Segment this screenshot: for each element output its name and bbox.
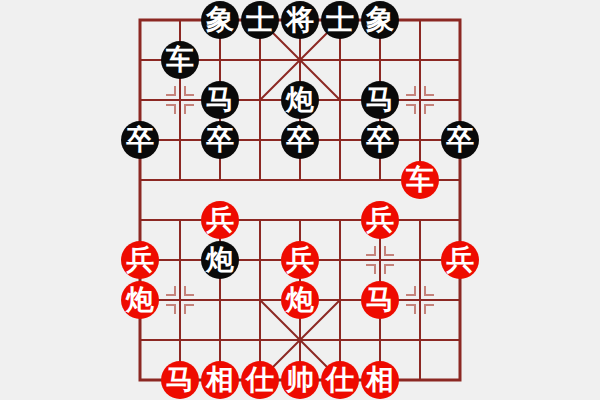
point-6-2[interactable]: 马 [360, 80, 400, 120]
point-0-3[interactable]: 卒 [120, 120, 160, 160]
piece-red-soldier[interactable]: 兵 [281, 241, 319, 279]
point-1-3[interactable] [160, 120, 200, 160]
point-2-9[interactable]: 相 [200, 360, 240, 400]
point-0-8[interactable] [120, 320, 160, 360]
point-6-1[interactable] [360, 40, 400, 80]
point-5-7[interactable] [320, 280, 360, 320]
point-1-8[interactable] [160, 320, 200, 360]
point-0-2[interactable] [120, 80, 160, 120]
point-3-3[interactable] [240, 120, 280, 160]
point-2-1[interactable] [200, 40, 240, 80]
point-3-0[interactable]: 士 [240, 0, 280, 40]
point-6-3[interactable]: 卒 [360, 120, 400, 160]
point-7-2[interactable] [400, 80, 440, 120]
point-3-7[interactable] [240, 280, 280, 320]
point-2-0[interactable]: 象 [200, 0, 240, 40]
point-1-0[interactable] [160, 0, 200, 40]
point-1-7[interactable] [160, 280, 200, 320]
piece-black-elephant[interactable]: 象 [361, 1, 399, 39]
point-4-0[interactable]: 将 [280, 0, 320, 40]
point-3-9[interactable]: 仕 [240, 360, 280, 400]
piece-red-soldier[interactable]: 兵 [201, 201, 239, 239]
point-1-5[interactable] [160, 200, 200, 240]
point-0-5[interactable] [120, 200, 160, 240]
point-7-1[interactable] [400, 40, 440, 80]
point-5-3[interactable] [320, 120, 360, 160]
piece-black-cannon[interactable]: 炮 [201, 241, 239, 279]
point-0-7[interactable]: 炮 [120, 280, 160, 320]
piece-red-advisor[interactable]: 仕 [241, 361, 279, 399]
point-4-6[interactable]: 兵 [280, 240, 320, 280]
point-7-7[interactable] [400, 280, 440, 320]
point-6-4[interactable] [360, 160, 400, 200]
point-5-4[interactable] [320, 160, 360, 200]
point-3-4[interactable] [240, 160, 280, 200]
piece-black-horse[interactable]: 马 [201, 81, 239, 119]
point-4-7[interactable]: 炮 [280, 280, 320, 320]
piece-black-elephant[interactable]: 象 [201, 1, 239, 39]
point-8-0[interactable] [440, 0, 480, 40]
point-0-1[interactable] [120, 40, 160, 80]
piece-black-advisor[interactable]: 士 [241, 1, 279, 39]
point-2-7[interactable] [200, 280, 240, 320]
point-5-9[interactable]: 仕 [320, 360, 360, 400]
point-4-1[interactable] [280, 40, 320, 80]
point-1-2[interactable] [160, 80, 200, 120]
point-8-8[interactable] [440, 320, 480, 360]
point-7-4[interactable]: 车 [400, 160, 440, 200]
point-8-9[interactable] [440, 360, 480, 400]
point-7-8[interactable] [400, 320, 440, 360]
piece-black-chariot[interactable]: 车 [161, 41, 199, 79]
point-1-4[interactable] [160, 160, 200, 200]
piece-red-advisor[interactable]: 仕 [321, 361, 359, 399]
point-6-7[interactable]: 马 [360, 280, 400, 320]
point-0-9[interactable] [120, 360, 160, 400]
point-4-4[interactable] [280, 160, 320, 200]
point-0-6[interactable]: 兵 [120, 240, 160, 280]
point-7-9[interactable] [400, 360, 440, 400]
point-3-1[interactable] [240, 40, 280, 80]
point-8-7[interactable] [440, 280, 480, 320]
piece-black-soldier[interactable]: 卒 [121, 121, 159, 159]
point-5-1[interactable] [320, 40, 360, 80]
piece-black-soldier[interactable]: 卒 [441, 121, 479, 159]
point-2-8[interactable] [200, 320, 240, 360]
point-8-2[interactable] [440, 80, 480, 120]
point-1-1[interactable]: 车 [160, 40, 200, 80]
point-2-3[interactable]: 卒 [200, 120, 240, 160]
point-8-1[interactable] [440, 40, 480, 80]
point-7-0[interactable] [400, 0, 440, 40]
piece-black-soldier[interactable]: 卒 [361, 121, 399, 159]
point-4-2[interactable]: 炮 [280, 80, 320, 120]
point-1-6[interactable] [160, 240, 200, 280]
point-5-0[interactable]: 士 [320, 0, 360, 40]
point-8-3[interactable]: 卒 [440, 120, 480, 160]
point-5-2[interactable] [320, 80, 360, 120]
point-6-5[interactable]: 兵 [360, 200, 400, 240]
point-4-3[interactable]: 卒 [280, 120, 320, 160]
point-3-2[interactable] [240, 80, 280, 120]
piece-red-horse[interactable]: 马 [361, 281, 399, 319]
piece-black-soldier[interactable]: 卒 [281, 121, 319, 159]
piece-black-general[interactable]: 将 [281, 1, 319, 39]
point-5-6[interactable] [320, 240, 360, 280]
piece-red-chariot[interactable]: 车 [401, 161, 439, 199]
piece-red-elephant[interactable]: 相 [361, 361, 399, 399]
piece-red-soldier[interactable]: 兵 [441, 241, 479, 279]
point-2-6[interactable]: 炮 [200, 240, 240, 280]
piece-red-elephant[interactable]: 相 [201, 361, 239, 399]
point-4-8[interactable] [280, 320, 320, 360]
point-7-5[interactable] [400, 200, 440, 240]
point-2-5[interactable]: 兵 [200, 200, 240, 240]
piece-red-horse[interactable]: 马 [161, 361, 199, 399]
point-0-0[interactable] [120, 0, 160, 40]
point-3-6[interactable] [240, 240, 280, 280]
point-2-2[interactable]: 马 [200, 80, 240, 120]
point-5-8[interactable] [320, 320, 360, 360]
point-0-4[interactable] [120, 160, 160, 200]
point-6-0[interactable]: 象 [360, 0, 400, 40]
point-6-9[interactable]: 相 [360, 360, 400, 400]
point-2-4[interactable] [200, 160, 240, 200]
piece-red-soldier[interactable]: 兵 [361, 201, 399, 239]
piece-black-cannon[interactable]: 炮 [281, 81, 319, 119]
piece-black-advisor[interactable]: 士 [321, 1, 359, 39]
point-1-9[interactable]: 马 [160, 360, 200, 400]
piece-black-horse[interactable]: 马 [361, 81, 399, 119]
point-3-5[interactable] [240, 200, 280, 240]
piece-black-soldier[interactable]: 卒 [201, 121, 239, 159]
point-4-5[interactable] [280, 200, 320, 240]
point-6-6[interactable] [360, 240, 400, 280]
piece-red-cannon[interactable]: 炮 [121, 281, 159, 319]
point-5-5[interactable] [320, 200, 360, 240]
piece-red-soldier[interactable]: 兵 [121, 241, 159, 279]
point-7-3[interactable] [400, 120, 440, 160]
point-8-4[interactable] [440, 160, 480, 200]
point-3-8[interactable] [240, 320, 280, 360]
piece-red-king[interactable]: 帅 [281, 361, 319, 399]
xiangqi-board: 象士将士象车马炮马卒卒卒卒卒车兵兵兵炮兵兵炮炮马马相仕帅仕相 [0, 0, 600, 400]
point-7-6[interactable] [400, 240, 440, 280]
point-8-6[interactable]: 兵 [440, 240, 480, 280]
board-grid: 象士将士象车马炮马卒卒卒卒卒车兵兵兵炮兵兵炮炮马马相仕帅仕相 [120, 0, 480, 400]
point-4-9[interactable]: 帅 [280, 360, 320, 400]
point-6-8[interactable] [360, 320, 400, 360]
piece-red-cannon[interactable]: 炮 [281, 281, 319, 319]
point-8-5[interactable] [440, 200, 480, 240]
